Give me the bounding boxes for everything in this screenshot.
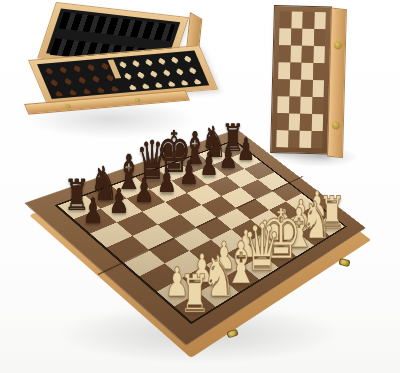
brass-hinge	[64, 104, 71, 108]
brass-clasp	[338, 258, 350, 267]
brass-clasp	[226, 328, 239, 338]
brass-hinge	[134, 98, 141, 102]
folded-board-square	[301, 46, 313, 63]
tray-dark-pieces	[40, 60, 121, 97]
folded-board-square	[279, 11, 291, 28]
folded-board-square	[276, 130, 288, 147]
folded-board-grid	[276, 11, 326, 148]
folded-board-face	[270, 5, 332, 154]
folded-board-square	[299, 131, 311, 148]
folded-board-square	[301, 80, 313, 97]
folded-board-square	[300, 97, 312, 114]
folded-board-square	[279, 28, 291, 45]
folded-board-square	[312, 97, 324, 114]
folded-board-square	[311, 114, 323, 131]
folded-board-square	[289, 79, 301, 96]
folded-board-square	[302, 29, 314, 46]
folded-board	[270, 5, 356, 163]
board-grid	[55, 140, 347, 324]
folded-board-square	[290, 45, 302, 62]
folded-board-square	[277, 113, 289, 130]
folded-board-square	[312, 80, 324, 97]
brass-clasp	[334, 41, 342, 50]
folded-board-square	[278, 62, 290, 79]
folded-board-square	[313, 29, 325, 46]
tray-light-pieces	[113, 53, 206, 91]
folded-board-square	[288, 130, 300, 147]
folded-board-square	[290, 62, 302, 79]
folded-board-side	[327, 7, 347, 158]
folded-board-square	[313, 46, 325, 63]
brass-clasp	[332, 121, 340, 130]
folded-board-square	[314, 12, 326, 29]
folded-board-square	[290, 28, 302, 45]
folded-board-square	[302, 12, 314, 29]
folded-board-square	[277, 96, 289, 113]
folded-board-square	[291, 11, 303, 28]
folded-board-square	[301, 63, 313, 80]
foam-slot-row	[59, 12, 176, 41]
folded-board-square	[311, 131, 323, 148]
folded-board-square	[300, 114, 312, 131]
folded-board-square	[313, 63, 325, 80]
folded-board-square	[278, 79, 290, 96]
folded-board-square	[289, 96, 301, 113]
storage-box-open	[20, 0, 215, 135]
folded-board-square	[279, 45, 291, 62]
folded-board-square	[288, 113, 300, 130]
product-photo: ♜♞♝♛♚♝♞♜♟♟♟♟♟♟♟♟♟♟♟♟♟♟♟♟♜♞♝♛♚♝♞♜	[0, 0, 400, 373]
